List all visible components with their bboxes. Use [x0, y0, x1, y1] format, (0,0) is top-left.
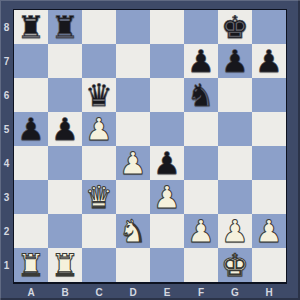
square-b5[interactable]: ♟ [48, 112, 82, 146]
square-b6[interactable] [48, 78, 82, 112]
square-d1[interactable] [116, 248, 150, 282]
white-pawn-f2: ♟ [187, 214, 215, 248]
white-pawn-g2: ♟ [221, 214, 249, 248]
black-knight-f6: ♞ [187, 78, 215, 112]
square-c4[interactable] [82, 146, 116, 180]
square-h2[interactable]: ♟ [252, 214, 286, 248]
white-knight-d2: ♞ [119, 214, 147, 248]
square-e1[interactable] [150, 248, 184, 282]
square-f3[interactable] [184, 180, 218, 214]
square-h1[interactable] [252, 248, 286, 282]
square-a3[interactable] [14, 180, 48, 214]
square-e8[interactable] [150, 10, 184, 44]
file-label-H: H [252, 284, 286, 300]
square-c7[interactable] [82, 44, 116, 78]
square-a4[interactable] [14, 146, 48, 180]
white-queen-c3: ♛ [85, 180, 113, 214]
square-d7[interactable] [116, 44, 150, 78]
square-b2[interactable] [48, 214, 82, 248]
white-pawn-e3: ♟ [153, 180, 181, 214]
black-queen-c6: ♛ [85, 78, 113, 112]
rank-label-6: 6 [0, 78, 13, 112]
rank-label-1: 1 [0, 248, 13, 282]
square-c3[interactable]: ♛ [82, 180, 116, 214]
square-f8[interactable] [184, 10, 218, 44]
square-c2[interactable] [82, 214, 116, 248]
white-pawn-c5: ♟ [85, 112, 113, 146]
square-d3[interactable] [116, 180, 150, 214]
square-h4[interactable] [252, 146, 286, 180]
square-h7[interactable]: ♟ [252, 44, 286, 78]
file-label-B: B [48, 284, 82, 300]
square-f6[interactable]: ♞ [184, 78, 218, 112]
square-e2[interactable] [150, 214, 184, 248]
black-rook-a8: ♜ [17, 10, 45, 44]
white-pawn-d4: ♟ [119, 146, 147, 180]
black-pawn-h7: ♟ [255, 44, 283, 78]
square-g5[interactable] [218, 112, 252, 146]
chess-diagram: ♜♜♚♟♟♟♛♞♟♟♟♟♟♛♟♞♟♟♟♜♜♚ 87654321 ABCDEFGH [0, 0, 300, 300]
square-b7[interactable] [48, 44, 82, 78]
square-g2[interactable]: ♟ [218, 214, 252, 248]
square-d4[interactable]: ♟ [116, 146, 150, 180]
white-king-g1: ♚ [221, 248, 249, 282]
black-rook-b8: ♜ [51, 10, 79, 44]
square-g4[interactable] [218, 146, 252, 180]
rank-label-4: 4 [0, 146, 13, 180]
square-a8[interactable]: ♜ [14, 10, 48, 44]
file-label-C: C [82, 284, 116, 300]
file-label-E: E [150, 284, 184, 300]
file-label-G: G [218, 284, 252, 300]
rank-label-3: 3 [0, 180, 13, 214]
black-pawn-b5: ♟ [51, 112, 79, 146]
square-d6[interactable] [116, 78, 150, 112]
square-g1[interactable]: ♚ [218, 248, 252, 282]
square-h5[interactable] [252, 112, 286, 146]
square-f5[interactable] [184, 112, 218, 146]
rank-label-8: 8 [0, 10, 13, 44]
black-pawn-a5: ♟ [17, 112, 45, 146]
square-f4[interactable] [184, 146, 218, 180]
square-a7[interactable] [14, 44, 48, 78]
square-h6[interactable] [252, 78, 286, 112]
square-a1[interactable]: ♜ [14, 248, 48, 282]
square-e6[interactable] [150, 78, 184, 112]
square-e4[interactable]: ♟ [150, 146, 184, 180]
square-f7[interactable]: ♟ [184, 44, 218, 78]
square-g3[interactable] [218, 180, 252, 214]
white-rook-b1: ♜ [51, 248, 79, 282]
square-a2[interactable] [14, 214, 48, 248]
rank-label-2: 2 [0, 214, 13, 248]
file-label-D: D [116, 284, 150, 300]
white-pawn-h2: ♟ [255, 214, 283, 248]
file-label-F: F [184, 284, 218, 300]
black-king-g8: ♚ [221, 10, 249, 44]
square-g8[interactable]: ♚ [218, 10, 252, 44]
black-pawn-e4: ♟ [153, 146, 181, 180]
square-d2[interactable]: ♞ [116, 214, 150, 248]
square-b4[interactable] [48, 146, 82, 180]
square-f1[interactable] [184, 248, 218, 282]
white-rook-a1: ♜ [17, 248, 45, 282]
file-label-A: A [14, 284, 48, 300]
black-pawn-f7: ♟ [187, 44, 215, 78]
square-h8[interactable] [252, 10, 286, 44]
square-b1[interactable]: ♜ [48, 248, 82, 282]
square-b8[interactable]: ♜ [48, 10, 82, 44]
square-e5[interactable] [150, 112, 184, 146]
square-c5[interactable]: ♟ [82, 112, 116, 146]
square-c1[interactable] [82, 248, 116, 282]
black-pawn-g7: ♟ [221, 44, 249, 78]
square-c8[interactable] [82, 10, 116, 44]
square-e3[interactable]: ♟ [150, 180, 184, 214]
square-d8[interactable] [116, 10, 150, 44]
rank-label-7: 7 [0, 44, 13, 78]
square-b3[interactable] [48, 180, 82, 214]
chess-board: ♜♜♚♟♟♟♛♞♟♟♟♟♟♛♟♞♟♟♟♜♜♚ [13, 9, 287, 284]
square-h3[interactable] [252, 180, 286, 214]
square-c6[interactable]: ♛ [82, 78, 116, 112]
square-a5[interactable]: ♟ [14, 112, 48, 146]
square-d5[interactable] [116, 112, 150, 146]
square-a6[interactable] [14, 78, 48, 112]
square-f2[interactable]: ♟ [184, 214, 218, 248]
square-e7[interactable] [150, 44, 184, 78]
square-g6[interactable] [218, 78, 252, 112]
square-g7[interactable]: ♟ [218, 44, 252, 78]
rank-label-5: 5 [0, 112, 13, 146]
